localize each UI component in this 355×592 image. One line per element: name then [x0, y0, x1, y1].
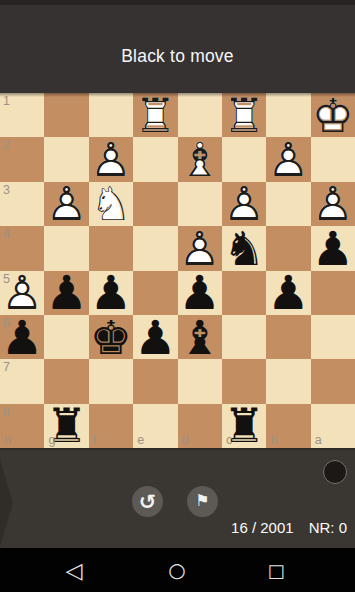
- square-d7[interactable]: [178, 359, 222, 403]
- square-a5[interactable]: [311, 271, 355, 315]
- square-a2[interactable]: [311, 137, 355, 181]
- black-king: ♚: [89, 315, 133, 359]
- square-b4[interactable]: [266, 226, 310, 270]
- square-b8[interactable]: b: [266, 404, 310, 448]
- square-d2[interactable]: ♝♗: [178, 137, 222, 181]
- rank-label-1: 1: [3, 95, 10, 108]
- board: 1♜♖♜♖♚♔2♟♙♝♗♟♙3♟♙♞♘♟♙♟♙4♟♙♞♟5♟♙♟♟♟♟6♟♚♟♝…: [0, 93, 355, 448]
- square-a4[interactable]: ♟: [311, 226, 355, 270]
- square-e6[interactable]: ♟: [133, 315, 177, 359]
- puzzle-rating: NR: 0: [309, 519, 347, 536]
- square-d8[interactable]: d: [178, 404, 222, 448]
- square-f1[interactable]: [89, 93, 133, 137]
- square-h3[interactable]: 3: [0, 182, 44, 226]
- white-pawn: ♟♙: [266, 137, 310, 181]
- black-pawn: ♟: [266, 271, 310, 315]
- square-e2[interactable]: [133, 137, 177, 181]
- square-f8[interactable]: f: [89, 404, 133, 448]
- square-b5[interactable]: ♟: [266, 271, 310, 315]
- square-c1[interactable]: ♜♖: [222, 93, 266, 137]
- square-h2[interactable]: 2: [0, 137, 44, 181]
- undo-button[interactable]: ↺: [132, 486, 163, 517]
- square-h7[interactable]: 7: [0, 359, 44, 403]
- square-a8[interactable]: a: [311, 404, 355, 448]
- drawer-handle[interactable]: [0, 459, 13, 547]
- square-c3[interactable]: ♟♙: [222, 182, 266, 226]
- rank-label-2: 2: [3, 139, 10, 152]
- square-d5[interactable]: ♟: [178, 271, 222, 315]
- square-e7[interactable]: [133, 359, 177, 403]
- square-c8[interactable]: c♜: [222, 404, 266, 448]
- black-pawn: ♟: [89, 271, 133, 315]
- flag-button[interactable]: ⚑: [187, 486, 218, 517]
- square-e8[interactable]: e: [133, 404, 177, 448]
- square-h4[interactable]: 4: [0, 226, 44, 270]
- square-g6[interactable]: [44, 315, 88, 359]
- file-label-c: c: [226, 434, 232, 447]
- square-f4[interactable]: [89, 226, 133, 270]
- square-b7[interactable]: [266, 359, 310, 403]
- square-a7[interactable]: [311, 359, 355, 403]
- square-f7[interactable]: [89, 359, 133, 403]
- puzzle-progress: 16 / 2001: [231, 519, 294, 536]
- square-f5[interactable]: ♟: [89, 271, 133, 315]
- square-b3[interactable]: [266, 182, 310, 226]
- square-e5[interactable]: [133, 271, 177, 315]
- home-icon[interactable]: ○: [168, 558, 185, 582]
- square-a1[interactable]: ♚♔: [311, 93, 355, 137]
- rank-label-5: 5: [3, 273, 10, 286]
- file-label-b: b: [270, 434, 277, 447]
- black-pawn: ♟: [311, 226, 355, 270]
- square-h1[interactable]: 1: [0, 93, 44, 137]
- black-knight: ♞: [222, 226, 266, 270]
- white-knight: ♞♘: [89, 182, 133, 226]
- rank-label-3: 3: [3, 184, 10, 197]
- file-label-h: h: [4, 434, 11, 447]
- file-label-e: e: [137, 434, 144, 447]
- white-rook: ♜♖: [133, 93, 177, 137]
- black-pawn: ♟: [178, 271, 222, 315]
- square-f3[interactable]: ♞♘: [89, 182, 133, 226]
- square-d4[interactable]: ♟♙: [178, 226, 222, 270]
- white-pawn: ♟♙: [311, 182, 355, 226]
- recents-icon[interactable]: □: [267, 560, 284, 581]
- square-h6[interactable]: 6♟: [0, 315, 44, 359]
- square-f2[interactable]: ♟♙: [89, 137, 133, 181]
- square-g5[interactable]: ♟: [44, 271, 88, 315]
- file-label-f: f: [93, 434, 96, 447]
- square-g2[interactable]: [44, 137, 88, 181]
- file-label-a: a: [315, 434, 322, 447]
- square-b1[interactable]: [266, 93, 310, 137]
- flag-icon: ⚑: [195, 491, 209, 510]
- square-a3[interactable]: ♟♙: [311, 182, 355, 226]
- black-pawn: ♟: [133, 315, 177, 359]
- square-d3[interactable]: [178, 182, 222, 226]
- puzzle-counter: 16 / 2001 NR: 0: [231, 519, 347, 536]
- page-title: Black to move: [121, 46, 234, 67]
- square-g4[interactable]: [44, 226, 88, 270]
- square-b2[interactable]: ♟♙: [266, 137, 310, 181]
- square-c6[interactable]: [222, 315, 266, 359]
- square-h5[interactable]: 5♟♙: [0, 271, 44, 315]
- square-e1[interactable]: ♜♖: [133, 93, 177, 137]
- square-g8[interactable]: g♜: [44, 404, 88, 448]
- rank-label-6: 6: [3, 317, 10, 330]
- square-c7[interactable]: [222, 359, 266, 403]
- square-b6[interactable]: [266, 315, 310, 359]
- square-c4[interactable]: ♞: [222, 226, 266, 270]
- square-e4[interactable]: [133, 226, 177, 270]
- rank-label-4: 4: [3, 228, 10, 241]
- file-label-d: d: [182, 434, 189, 447]
- app-bar: Black to move: [0, 0, 355, 93]
- android-nav-bar: ◁ ○ □: [0, 548, 355, 592]
- white-bishop: ♝♗: [178, 137, 222, 181]
- square-g7[interactable]: [44, 359, 88, 403]
- white-rook: ♜♖: [222, 93, 266, 137]
- square-d1[interactable]: [178, 93, 222, 137]
- black-pawn: ♟: [44, 271, 88, 315]
- square-h8[interactable]: 8h: [0, 404, 44, 448]
- square-e3[interactable]: [133, 182, 177, 226]
- square-a6[interactable]: [311, 315, 355, 359]
- undo-icon: ↺: [139, 490, 157, 514]
- black-bishop: ♝: [178, 315, 222, 359]
- square-g3[interactable]: ♟♙: [44, 182, 88, 226]
- white-pawn: ♟♙: [89, 137, 133, 181]
- square-g1[interactable]: [44, 93, 88, 137]
- white-pawn: ♟♙: [222, 182, 266, 226]
- white-pawn: ♟♙: [178, 226, 222, 270]
- square-c2[interactable]: [222, 137, 266, 181]
- rank-label-7: 7: [3, 361, 10, 374]
- white-pawn: ♟♙: [44, 182, 88, 226]
- app-screen: Black to move 1♜♖♜♖♚♔2♟♙♝♗♟♙3♟♙♞♘♟♙♟♙4♟♙…: [0, 0, 355, 592]
- white-king: ♚♔: [311, 93, 355, 137]
- square-c5[interactable]: [222, 271, 266, 315]
- file-label-g: g: [48, 434, 55, 447]
- back-icon[interactable]: ◁: [66, 558, 83, 583]
- status-bar: [0, 0, 355, 5]
- square-d6[interactable]: ♝: [178, 315, 222, 359]
- turn-indicator: [323, 460, 347, 484]
- rank-label-8: 8: [3, 406, 10, 419]
- square-f6[interactable]: ♚: [89, 315, 133, 359]
